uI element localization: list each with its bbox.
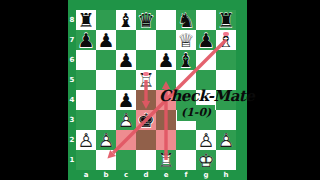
piece-glyph: ♚	[136, 110, 156, 130]
black-knight[interactable]: ♞♞	[176, 10, 196, 30]
square-d7[interactable]	[136, 30, 156, 50]
square-a5[interactable]	[76, 70, 96, 90]
chess-board-panel: ♜♜♝♝♛♛♞♞♜♜♟♟♟♟♛♕♟♟♝♗♟♟♟♟♝♝♜♖♟♟♟♙♚♚♟♙♟♙♟♙…	[68, 0, 247, 180]
black-pawn[interactable]: ♟♟	[196, 30, 216, 50]
white-pawn[interactable]: ♟♙	[76, 130, 96, 150]
square-c6[interactable]: ♟♟	[116, 50, 136, 70]
black-bishop[interactable]: ♝♝	[116, 10, 136, 30]
dot-marker	[4, 2, 8, 6]
rank-label-1: 1	[68, 150, 76, 170]
rank-label-4: 4	[68, 90, 76, 110]
square-d8[interactable]: ♛♛	[136, 10, 156, 30]
square-b5[interactable]	[96, 70, 116, 90]
square-h6[interactable]	[216, 50, 236, 70]
square-c8[interactable]: ♝♝	[116, 10, 136, 30]
white-pawn[interactable]: ♟♙	[196, 130, 216, 150]
black-rook[interactable]: ♜♜	[216, 10, 236, 30]
piece-glyph: ♙	[76, 130, 96, 150]
square-g1[interactable]: ♚♔	[196, 150, 216, 170]
rank-label-5: 5	[68, 70, 76, 90]
square-h1[interactable]	[216, 150, 236, 170]
white-pawn[interactable]: ♟♙	[96, 130, 116, 150]
square-e3[interactable]	[156, 110, 176, 130]
checking-piece-accent	[143, 72, 149, 76]
piece-glyph: ♟	[156, 50, 176, 70]
checkmate-annotation: Check-Mate	[159, 87, 254, 105]
square-g2[interactable]: ♟♙	[196, 130, 216, 150]
square-e8[interactable]	[156, 10, 176, 30]
square-h8[interactable]: ♜♜	[216, 10, 236, 30]
rank-label-6: 6	[68, 50, 76, 70]
black-king[interactable]: ♚♚	[136, 110, 156, 130]
square-d3[interactable]: ♚♚	[136, 110, 156, 130]
square-a4[interactable]	[76, 90, 96, 110]
square-a6[interactable]	[76, 50, 96, 70]
square-a2[interactable]: ♟♙	[76, 130, 96, 150]
piece-glyph: ♙	[196, 130, 216, 150]
piece-glyph: ♟	[116, 50, 136, 70]
white-pawn[interactable]: ♟♙	[116, 110, 136, 130]
square-c3[interactable]: ♟♙	[116, 110, 136, 130]
square-h2[interactable]: ♟♙	[216, 130, 236, 150]
rank-label-2: 2	[68, 130, 76, 150]
file-label-a: a	[76, 170, 96, 180]
piece-glyph: ♟	[116, 90, 136, 110]
piece-glyph: ♜	[216, 10, 236, 30]
square-b3[interactable]	[96, 110, 116, 130]
square-f1[interactable]	[176, 150, 196, 170]
piece-glyph: ♖	[156, 150, 176, 170]
piece-glyph: ♛	[136, 10, 156, 30]
square-a3[interactable]	[76, 110, 96, 130]
square-e2[interactable]	[156, 130, 176, 150]
piece-glyph: ♝	[176, 50, 196, 70]
square-d5[interactable]: ♜♖	[136, 70, 156, 90]
square-d1[interactable]	[136, 150, 156, 170]
file-label-b: b	[96, 170, 116, 180]
black-pawn[interactable]: ♟♟	[96, 30, 116, 50]
file-label-f: f	[176, 170, 196, 180]
piece-glyph: ♙	[96, 130, 116, 150]
piece-glyph: ♟	[96, 30, 116, 50]
square-h3[interactable]	[216, 110, 236, 130]
video-frame: ♜♜♝♝♛♛♞♞♜♜♟♟♟♟♛♕♟♟♝♗♟♟♟♟♝♝♜♖♟♟♟♙♚♚♟♙♟♙♟♙…	[0, 0, 320, 180]
square-g7[interactable]: ♟♟	[196, 30, 216, 50]
square-c1[interactable]	[116, 150, 136, 170]
file-label-d: d	[136, 170, 156, 180]
black-pawn[interactable]: ♟♟	[156, 50, 176, 70]
square-b1[interactable]	[96, 150, 116, 170]
square-e1[interactable]: ♜♖	[156, 150, 176, 170]
square-c2[interactable]	[116, 130, 136, 150]
square-g6[interactable]	[196, 50, 216, 70]
square-b4[interactable]	[96, 90, 116, 110]
piece-glyph: ♔	[196, 150, 216, 170]
square-a1[interactable]	[76, 150, 96, 170]
black-pawn[interactable]: ♟♟	[116, 90, 136, 110]
file-label-c: c	[116, 170, 136, 180]
result-score-annotation: (1-0)	[177, 105, 215, 121]
white-rook[interactable]: ♜♖	[156, 150, 176, 170]
file-label-h: h	[216, 170, 236, 180]
piece-glyph: ♙	[216, 130, 236, 150]
checking-piece-accent	[223, 32, 229, 36]
square-e6[interactable]: ♟♟	[156, 50, 176, 70]
piece-glyph: ♙	[116, 110, 136, 130]
rank-label-3: 3	[68, 110, 76, 130]
file-label-e: e	[156, 170, 176, 180]
piece-glyph: ♟	[76, 30, 96, 50]
white-king[interactable]: ♚♔	[196, 150, 216, 170]
square-f8[interactable]: ♞♞	[176, 10, 196, 30]
square-b6[interactable]	[96, 50, 116, 70]
black-pawn[interactable]: ♟♟	[116, 50, 136, 70]
black-pawn[interactable]: ♟♟	[76, 30, 96, 50]
square-f2[interactable]	[176, 130, 196, 150]
square-b7[interactable]: ♟♟	[96, 30, 116, 50]
square-a7[interactable]: ♟♟	[76, 30, 96, 50]
piece-glyph: ♞	[176, 10, 196, 30]
black-queen[interactable]: ♛♛	[136, 10, 156, 30]
piece-glyph: ♝	[116, 10, 136, 30]
square-d6[interactable]	[136, 50, 156, 70]
square-b2[interactable]: ♟♙	[96, 130, 116, 150]
piece-glyph: ♟	[196, 30, 216, 50]
square-d2[interactable]	[136, 130, 156, 150]
black-bishop[interactable]: ♝♝	[176, 50, 196, 70]
square-c4[interactable]: ♟♟	[116, 90, 136, 110]
file-label-g: g	[196, 170, 216, 180]
square-h7[interactable]: ♝♗	[216, 30, 236, 50]
square-f6[interactable]: ♝♝	[176, 50, 196, 70]
white-pawn[interactable]: ♟♙	[216, 130, 236, 150]
